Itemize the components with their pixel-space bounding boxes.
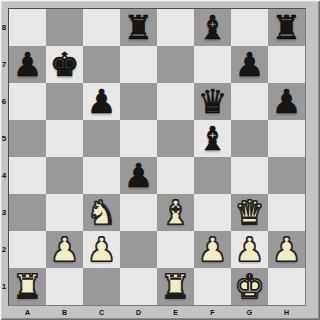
square-g8[interactable] bbox=[231, 9, 268, 46]
piece-black-rook-h8[interactable]: ♜ bbox=[268, 9, 305, 46]
piece-black-pawn-c6[interactable]: ♟ bbox=[83, 83, 120, 120]
piece-white-knight-c3[interactable]: ♞ bbox=[83, 194, 120, 231]
square-d6[interactable] bbox=[120, 83, 157, 120]
piece-white-pawn-b2[interactable]: ♟ bbox=[46, 231, 83, 268]
piece-white-pawn-f2[interactable]: ♟ bbox=[194, 231, 231, 268]
square-g3[interactable]: ♛ bbox=[231, 194, 268, 231]
piece-white-pawn-h2[interactable]: ♟ bbox=[268, 231, 305, 268]
square-f7[interactable] bbox=[194, 46, 231, 83]
piece-white-pawn-g2[interactable]: ♟ bbox=[231, 231, 268, 268]
square-b3[interactable] bbox=[46, 194, 83, 231]
square-h4[interactable] bbox=[268, 157, 305, 194]
square-g1[interactable]: ♚ bbox=[231, 268, 268, 305]
piece-black-pawn-g7[interactable]: ♟ bbox=[231, 46, 268, 83]
piece-white-bishop-e3[interactable]: ♝ bbox=[157, 194, 194, 231]
square-g6[interactable] bbox=[231, 83, 268, 120]
square-d5[interactable] bbox=[120, 120, 157, 157]
piece-black-bishop-f5[interactable]: ♝ bbox=[194, 120, 231, 157]
file-label-d: D bbox=[120, 307, 157, 318]
piece-white-rook-a1[interactable]: ♜ bbox=[9, 268, 46, 305]
square-e5[interactable] bbox=[157, 120, 194, 157]
square-g5[interactable] bbox=[231, 120, 268, 157]
piece-white-rook-e1[interactable]: ♜ bbox=[157, 268, 194, 305]
square-e1[interactable]: ♜ bbox=[157, 268, 194, 305]
square-a6[interactable] bbox=[9, 83, 46, 120]
piece-white-queen-g3[interactable]: ♛ bbox=[231, 194, 268, 231]
piece-black-pawn-a7[interactable]: ♟ bbox=[9, 46, 46, 83]
rank-label-3: 3 bbox=[0, 194, 8, 231]
square-g2[interactable]: ♟ bbox=[231, 231, 268, 268]
chess-diagram: 87654321 ♜♝♜♟♚♟♟♛♟♝♟♞♝♛♟♟♟♟♟♜♜♚ ABCDEFGH bbox=[0, 0, 320, 320]
square-e6[interactable] bbox=[157, 83, 194, 120]
rank-labels: 87654321 bbox=[0, 9, 8, 305]
square-e2[interactable] bbox=[157, 231, 194, 268]
piece-black-pawn-d4[interactable]: ♟ bbox=[120, 157, 157, 194]
rank-label-8: 8 bbox=[0, 9, 8, 46]
file-label-c: C bbox=[83, 307, 120, 318]
square-f4[interactable] bbox=[194, 157, 231, 194]
square-h7[interactable] bbox=[268, 46, 305, 83]
rank-label-5: 5 bbox=[0, 120, 8, 157]
file-labels: ABCDEFGH bbox=[9, 307, 305, 318]
square-d4[interactable]: ♟ bbox=[120, 157, 157, 194]
file-label-g: G bbox=[231, 307, 268, 318]
square-h1[interactable] bbox=[268, 268, 305, 305]
square-g7[interactable]: ♟ bbox=[231, 46, 268, 83]
file-label-b: B bbox=[46, 307, 83, 318]
square-e4[interactable] bbox=[157, 157, 194, 194]
square-b4[interactable] bbox=[46, 157, 83, 194]
square-d1[interactable] bbox=[120, 268, 157, 305]
square-e7[interactable] bbox=[157, 46, 194, 83]
rank-label-4: 4 bbox=[0, 157, 8, 194]
square-c1[interactable] bbox=[83, 268, 120, 305]
square-c4[interactable] bbox=[83, 157, 120, 194]
square-e3[interactable]: ♝ bbox=[157, 194, 194, 231]
square-c6[interactable]: ♟ bbox=[83, 83, 120, 120]
rank-label-7: 7 bbox=[0, 46, 8, 83]
square-b7[interactable]: ♚ bbox=[46, 46, 83, 83]
piece-black-queen-f6[interactable]: ♛ bbox=[194, 83, 231, 120]
square-g4[interactable] bbox=[231, 157, 268, 194]
square-f6[interactable]: ♛ bbox=[194, 83, 231, 120]
rank-label-2: 2 bbox=[0, 231, 8, 268]
file-label-a: A bbox=[9, 307, 46, 318]
square-a1[interactable]: ♜ bbox=[9, 268, 46, 305]
square-d2[interactable] bbox=[120, 231, 157, 268]
square-f8[interactable]: ♝ bbox=[194, 9, 231, 46]
square-c8[interactable] bbox=[83, 9, 120, 46]
square-a5[interactable] bbox=[9, 120, 46, 157]
square-d8[interactable]: ♜ bbox=[120, 9, 157, 46]
square-f2[interactable]: ♟ bbox=[194, 231, 231, 268]
rank-label-6: 6 bbox=[0, 83, 8, 120]
square-c3[interactable]: ♞ bbox=[83, 194, 120, 231]
square-c7[interactable] bbox=[83, 46, 120, 83]
piece-black-bishop-f8[interactable]: ♝ bbox=[194, 9, 231, 46]
square-d3[interactable] bbox=[120, 194, 157, 231]
piece-black-king-b7[interactable]: ♚ bbox=[46, 46, 83, 83]
piece-white-pawn-c2[interactable]: ♟ bbox=[83, 231, 120, 268]
file-label-e: E bbox=[157, 307, 194, 318]
square-a3[interactable] bbox=[9, 194, 46, 231]
square-b6[interactable] bbox=[46, 83, 83, 120]
square-f5[interactable]: ♝ bbox=[194, 120, 231, 157]
square-h2[interactable]: ♟ bbox=[268, 231, 305, 268]
square-e8[interactable] bbox=[157, 9, 194, 46]
file-label-f: F bbox=[194, 307, 231, 318]
square-a2[interactable] bbox=[9, 231, 46, 268]
square-b1[interactable] bbox=[46, 268, 83, 305]
file-label-h: H bbox=[268, 307, 305, 318]
square-c2[interactable]: ♟ bbox=[83, 231, 120, 268]
chess-board: ♜♝♜♟♚♟♟♛♟♝♟♞♝♛♟♟♟♟♟♜♜♚ bbox=[8, 8, 306, 306]
piece-black-pawn-h6[interactable]: ♟ bbox=[268, 83, 305, 120]
square-c5[interactable] bbox=[83, 120, 120, 157]
square-d7[interactable] bbox=[120, 46, 157, 83]
square-a7[interactable]: ♟ bbox=[9, 46, 46, 83]
square-a8[interactable] bbox=[9, 9, 46, 46]
square-b5[interactable] bbox=[46, 120, 83, 157]
square-h8[interactable]: ♜ bbox=[268, 9, 305, 46]
piece-black-rook-d8[interactable]: ♜ bbox=[120, 9, 157, 46]
square-h5[interactable] bbox=[268, 120, 305, 157]
square-a4[interactable] bbox=[9, 157, 46, 194]
square-f3[interactable] bbox=[194, 194, 231, 231]
rank-label-1: 1 bbox=[0, 268, 8, 305]
square-b2[interactable]: ♟ bbox=[46, 231, 83, 268]
square-f1[interactable] bbox=[194, 268, 231, 305]
square-b8[interactable] bbox=[46, 9, 83, 46]
square-h6[interactable]: ♟ bbox=[268, 83, 305, 120]
piece-white-king-g1[interactable]: ♚ bbox=[231, 268, 268, 305]
square-h3[interactable] bbox=[268, 194, 305, 231]
